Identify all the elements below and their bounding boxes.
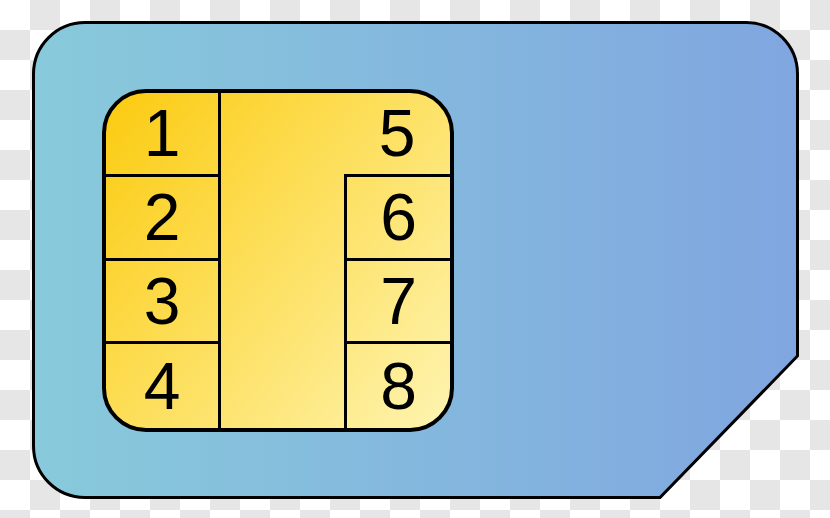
contact-pad-2: 2 [106,177,221,261]
contact-pad-center [221,93,344,428]
contact-pad-8-label: 8 [380,353,417,419]
transparency-checkerboard: 1 2 3 4 5 6 7 8 [0,0,830,518]
contact-pad-2-label: 2 [144,184,181,250]
contact-pad-6: 6 [344,177,450,261]
contact-pad-4-label: 4 [144,353,181,419]
contact-pad-8: 8 [344,344,450,428]
contact-pad-1: 1 [106,93,221,177]
contact-pad-6-label: 6 [380,184,417,250]
contact-pad-5: 5 [344,93,450,177]
contact-pad-4: 4 [106,344,221,428]
sim-chip: 1 2 3 4 5 6 7 8 [102,89,454,432]
contact-pad-3-label: 3 [144,268,181,334]
contact-pad-3: 3 [106,261,221,345]
contact-pad-1-label: 1 [144,100,181,166]
contact-pad-7-label: 7 [380,268,417,334]
contact-pad-5-label: 5 [379,100,416,166]
contact-pad-7: 7 [344,261,450,345]
